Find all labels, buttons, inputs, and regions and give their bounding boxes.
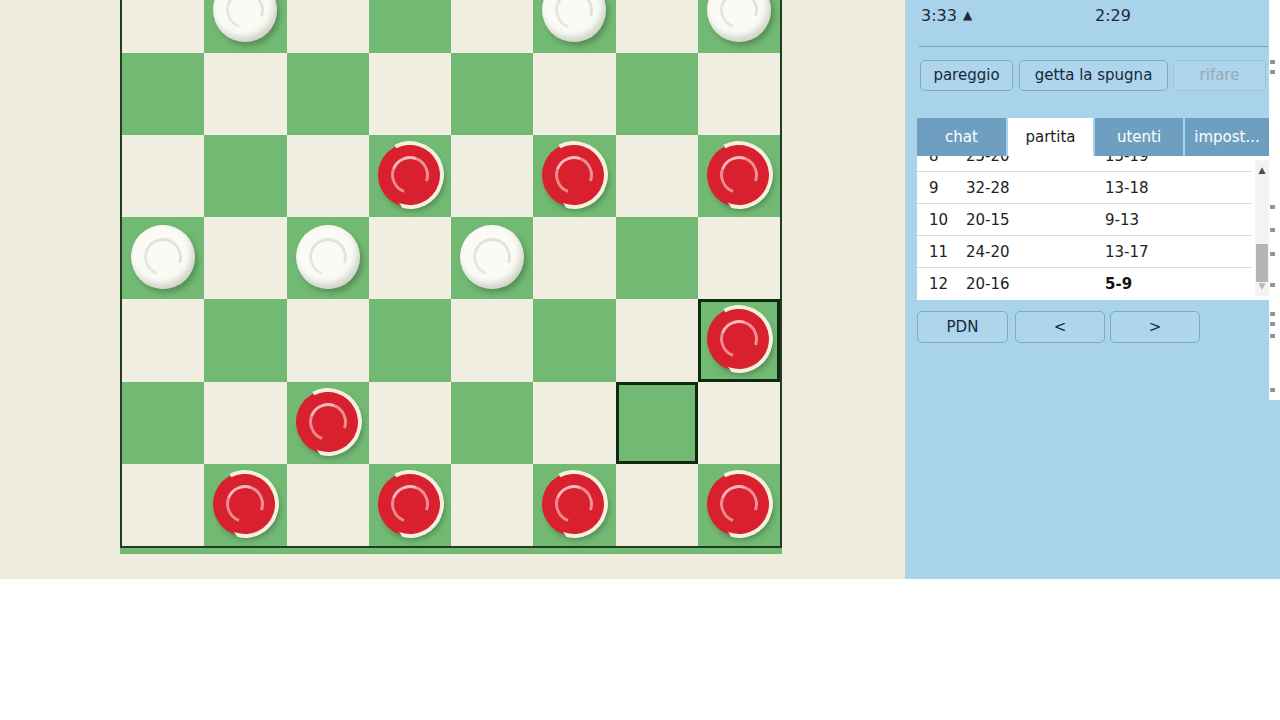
board-square[interactable]	[369, 299, 451, 381]
board-square[interactable]	[287, 217, 369, 299]
board-square[interactable]	[204, 464, 286, 546]
board-square[interactable]	[698, 0, 780, 53]
board-square[interactable]	[616, 299, 698, 381]
checker-piece-red[interactable]	[378, 472, 442, 536]
scroll-up-icon[interactable]: ▲	[1255, 163, 1269, 177]
move-list: 825-2015-19932-2813-181020-159-131124-20…	[917, 156, 1252, 300]
left-player-clock: 3:33	[921, 6, 957, 25]
board-square[interactable]	[287, 0, 369, 53]
board-square[interactable]	[451, 299, 533, 381]
checker-piece-red[interactable]	[707, 307, 771, 371]
board-square[interactable]	[616, 53, 698, 135]
move-list-scrollbar[interactable]: ▲ ▼	[1255, 160, 1269, 296]
board-square[interactable]	[369, 382, 451, 464]
board-square[interactable]	[287, 382, 369, 464]
move-cell-white[interactable]: 20-15	[966, 204, 1010, 236]
board-square[interactable]	[204, 217, 286, 299]
tab-chat[interactable]: chat	[917, 118, 1006, 156]
board-square[interactable]	[533, 299, 615, 381]
tab-utenti[interactable]: utenti	[1095, 118, 1183, 156]
move-cell-n[interactable]: 9	[929, 172, 939, 204]
board-square[interactable]	[204, 135, 286, 217]
tab-impostazioni[interactable]: impost...	[1185, 118, 1269, 156]
board-square[interactable]	[533, 53, 615, 135]
board-square[interactable]	[533, 135, 615, 217]
game-area	[0, 0, 905, 579]
board-square[interactable]	[698, 464, 780, 546]
move-row[interactable]: 1220-165-9	[917, 268, 1252, 300]
board-square[interactable]	[533, 464, 615, 546]
page: 3:33 ▲ 2:29 pareggio getta la spugna rif…	[0, 0, 1280, 720]
board-square[interactable]	[122, 464, 204, 546]
move-cell-white[interactable]: 32-28	[966, 172, 1010, 204]
checker-piece-red[interactable]	[542, 472, 606, 536]
checker-piece-white[interactable]	[707, 0, 771, 42]
board-square[interactable]	[287, 135, 369, 217]
checker-piece-white[interactable]	[213, 0, 277, 42]
move-cell-black[interactable]: 13-17	[1105, 236, 1149, 268]
board-square[interactable]	[204, 53, 286, 135]
board-square[interactable]	[616, 464, 698, 546]
scrollbar-thumb[interactable]	[1256, 244, 1268, 282]
move-cell-n[interactable]: 10	[929, 204, 948, 236]
move-cell-n[interactable]: 11	[929, 236, 948, 268]
board-square[interactable]	[451, 464, 533, 546]
draw-offer-button[interactable]: pareggio	[920, 60, 1013, 91]
move-cell-black[interactable]: 9-13	[1105, 204, 1139, 236]
clocks: 3:33 ▲ 2:29	[905, 6, 1280, 28]
checker-piece-red[interactable]	[378, 143, 442, 207]
board-square[interactable]	[533, 217, 615, 299]
board-square[interactable]	[616, 382, 698, 464]
previous-move-button[interactable]: <	[1015, 311, 1105, 343]
board-square[interactable]	[533, 0, 615, 53]
board-square[interactable]	[698, 382, 780, 464]
move-cell-n[interactable]: 12	[929, 268, 948, 300]
tab-bar: chat partita utenti impost...	[917, 118, 1269, 156]
checker-piece-red[interactable]	[542, 143, 606, 207]
board-square[interactable]	[287, 299, 369, 381]
scroll-down-icon[interactable]: ▼	[1255, 279, 1269, 293]
move-cell-black[interactable]: 15-19	[1105, 156, 1149, 172]
move-row[interactable]: 1124-2013-17	[917, 236, 1252, 268]
move-cell-white[interactable]: 25-20	[966, 156, 1010, 172]
board-square[interactable]	[287, 464, 369, 546]
board-square[interactable]	[122, 382, 204, 464]
board-square[interactable]	[698, 217, 780, 299]
board-square[interactable]	[122, 53, 204, 135]
checker-piece-red[interactable]	[296, 390, 360, 454]
board-square[interactable]	[369, 53, 451, 135]
checker-piece-white[interactable]	[542, 0, 606, 42]
move-cell-black[interactable]: 5-9	[1105, 268, 1132, 300]
checker-piece-white[interactable]	[131, 225, 195, 289]
board-square[interactable]	[451, 0, 533, 53]
board	[120, 0, 782, 548]
board-square[interactable]	[616, 0, 698, 53]
move-row[interactable]: 825-2015-19	[917, 156, 1252, 172]
board-bottom-edge	[120, 548, 782, 554]
board-square[interactable]	[287, 53, 369, 135]
move-cell-n[interactable]: 8	[929, 156, 939, 172]
board-square[interactable]	[698, 53, 780, 135]
move-row[interactable]: 932-2813-18	[917, 172, 1252, 204]
checker-piece-red[interactable]	[213, 472, 277, 536]
clipped-right-content	[1269, 0, 1280, 400]
board-square[interactable]	[451, 217, 533, 299]
board-square[interactable]	[451, 382, 533, 464]
board-square[interactable]	[451, 53, 533, 135]
checker-piece-white[interactable]	[296, 225, 360, 289]
board-square[interactable]	[204, 382, 286, 464]
move-table: 825-2015-19932-2813-181020-159-131124-20…	[917, 156, 1272, 300]
move-row[interactable]: 1020-159-13	[917, 204, 1252, 236]
checker-piece-red[interactable]	[707, 143, 771, 207]
board-square[interactable]	[533, 382, 615, 464]
board-square[interactable]	[122, 217, 204, 299]
tab-partita[interactable]: partita	[1008, 118, 1093, 156]
board-square[interactable]	[369, 135, 451, 217]
turn-indicator-icon: ▲	[963, 8, 972, 22]
pdn-export-button[interactable]: PDN	[917, 311, 1008, 343]
board-square[interactable]	[451, 135, 533, 217]
board-square[interactable]	[616, 217, 698, 299]
board-square[interactable]	[204, 299, 286, 381]
board-square[interactable]	[698, 299, 780, 381]
board-square[interactable]	[369, 0, 451, 53]
board-square[interactable]	[122, 135, 204, 217]
right-player-clock: 2:29	[1095, 6, 1131, 25]
board-square[interactable]	[369, 464, 451, 546]
sidebar: 3:33 ▲ 2:29 pareggio getta la spugna rif…	[905, 0, 1280, 579]
move-cell-white[interactable]: 20-16	[966, 268, 1010, 300]
clock-divider	[919, 46, 1268, 47]
board-square[interactable]	[122, 0, 204, 53]
board-square[interactable]	[616, 135, 698, 217]
board-square[interactable]	[369, 217, 451, 299]
move-cell-white[interactable]: 24-20	[966, 236, 1010, 268]
checker-piece-red[interactable]	[707, 472, 771, 536]
board-square[interactable]	[204, 0, 286, 53]
next-move-button[interactable]: >	[1110, 311, 1200, 343]
board-square[interactable]	[122, 299, 204, 381]
move-cell-black[interactable]: 13-18	[1105, 172, 1149, 204]
resign-button[interactable]: getta la spugna	[1019, 60, 1168, 91]
board-square[interactable]	[698, 135, 780, 217]
checker-piece-white[interactable]	[460, 225, 524, 289]
redo-button[interactable]: rifare	[1173, 60, 1266, 91]
